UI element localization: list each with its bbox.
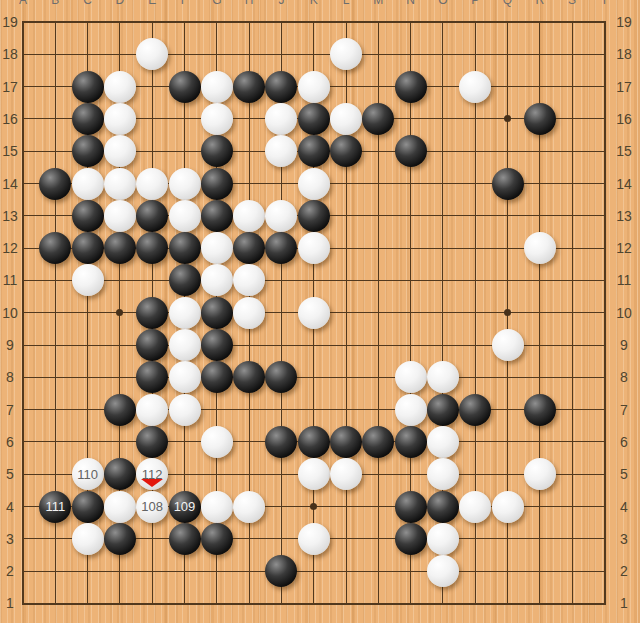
column-label-top: C [78,0,98,7]
stone-black-F12 [169,232,201,264]
stone-white-K14 [298,168,330,200]
row-label-left: 12 [0,240,20,256]
stone-black-C17 [72,71,104,103]
stone-black-G9 [201,329,233,361]
stone-white-O6 [427,426,459,458]
row-label-right: 13 [611,208,637,224]
row-label-left: 8 [0,369,20,385]
stone-white-D15 [104,135,136,167]
stone-white-G11 [201,264,233,296]
stone-white-P4 [459,491,491,523]
stone-white-G6 [201,426,233,458]
stone-black-D7 [104,394,136,426]
row-label-left: 7 [0,402,20,418]
row-label-left: 4 [0,499,20,515]
stone-black-G14 [201,168,233,200]
stone-white-O8 [427,361,459,393]
stone-white-G12 [201,232,233,264]
row-label-right: 17 [611,79,637,95]
row-label-right: 8 [611,369,637,385]
stone-black-E10 [136,297,168,329]
stone-white-D13 [104,200,136,232]
stone-black-L15 [330,135,362,167]
row-label-right: 15 [611,143,637,159]
row-label-right: 2 [611,563,637,579]
stone-black-K6 [298,426,330,458]
column-label-top: K [304,0,324,7]
row-label-right: 7 [611,402,637,418]
stone-white-C3 [72,523,104,555]
column-label-top: M [368,0,388,7]
move-number-label: 110 [72,458,104,490]
row-label-right: 12 [611,240,637,256]
stone-black-H12 [233,232,265,264]
stone-white-E7 [136,394,168,426]
stone-white-Q9 [492,329,524,361]
row-label-right: 9 [611,337,637,353]
column-label-top: G [207,0,227,7]
row-label-left: 14 [0,176,20,192]
stone-black-E6 [136,426,168,458]
stone-black-C13 [72,200,104,232]
stone-white-K12 [298,232,330,264]
row-label-left: 17 [0,79,20,95]
stone-black-F4: 109 [169,491,201,523]
stone-black-N3 [395,523,427,555]
column-label-top: Q [498,0,518,7]
stone-white-G4 [201,491,233,523]
stone-white-F10 [169,297,201,329]
row-label-right: 3 [611,531,637,547]
stone-black-C4 [72,491,104,523]
move-number-label: 109 [169,491,201,523]
stone-black-G13 [201,200,233,232]
column-label-top: P [465,0,485,7]
row-label-left: 1 [0,595,20,611]
stone-black-F17 [169,71,201,103]
column-label-top: D [110,0,130,7]
stone-black-K16 [298,103,330,135]
row-label-right: 16 [611,111,637,127]
stone-white-P17 [459,71,491,103]
stone-black-B14 [39,168,71,200]
stone-white-C11 [72,264,104,296]
stone-black-F11 [169,264,201,296]
stone-white-R12 [524,232,556,264]
stone-black-J17 [265,71,297,103]
column-label-top: H [239,0,259,7]
column-label-top: B [45,0,65,7]
stone-white-G16 [201,103,233,135]
column-label-top: J [271,0,291,7]
stone-black-D12 [104,232,136,264]
row-label-left: 15 [0,143,20,159]
stone-black-F3 [169,523,201,555]
row-label-left: 9 [0,337,20,353]
column-label-top: S [562,0,582,7]
stone-black-C12 [72,232,104,264]
stone-black-N17 [395,71,427,103]
row-label-left: 18 [0,46,20,62]
stone-white-F8 [169,361,201,393]
stone-white-H13 [233,200,265,232]
stone-black-L6 [330,426,362,458]
stone-white-D14 [104,168,136,200]
row-label-left: 19 [0,14,20,30]
row-label-left: 10 [0,305,20,321]
stone-white-H10 [233,297,265,329]
column-label-top: R [530,0,550,7]
column-label-top: L [336,0,356,7]
move-number-label: 108 [136,491,168,523]
column-label-top: A [13,0,33,7]
row-label-right: 6 [611,434,637,450]
stone-white-E5: 112 [136,458,168,490]
row-label-left: 5 [0,466,20,482]
row-label-left: 6 [0,434,20,450]
stone-white-K10 [298,297,330,329]
stone-white-N8 [395,361,427,393]
row-label-right: 14 [611,176,637,192]
stone-white-L16 [330,103,362,135]
stone-white-H4 [233,491,265,523]
stone-black-E13 [136,200,168,232]
stone-black-O4 [427,491,459,523]
row-label-left: 13 [0,208,20,224]
stone-black-B4: 111 [39,491,71,523]
row-label-left: 3 [0,531,20,547]
stone-white-O5 [427,458,459,490]
row-label-right: 18 [611,46,637,62]
stone-white-C14 [72,168,104,200]
stone-black-M6 [362,426,394,458]
stone-black-G15 [201,135,233,167]
stone-black-P7 [459,394,491,426]
column-label-top: F [175,0,195,7]
stone-white-K17 [298,71,330,103]
stone-black-N4 [395,491,427,523]
stone-white-F13 [169,200,201,232]
row-label-right: 5 [611,466,637,482]
stone-black-R16 [524,103,556,135]
stone-white-E14 [136,168,168,200]
stone-black-N15 [395,135,427,167]
stone-black-D3 [104,523,136,555]
stone-black-R7 [524,394,556,426]
column-label-top: O [433,0,453,7]
stone-white-N7 [395,394,427,426]
stone-white-K3 [298,523,330,555]
stone-black-O7 [427,394,459,426]
stone-black-G8 [201,361,233,393]
stone-white-J13 [265,200,297,232]
stone-white-D4 [104,491,136,523]
stone-black-C16 [72,103,104,135]
row-label-left: 16 [0,111,20,127]
row-label-right: 4 [611,499,637,515]
stone-white-C5: 110 [72,458,104,490]
row-label-right: 1 [611,595,637,611]
stone-white-R5 [524,458,556,490]
stone-black-D5 [104,458,136,490]
row-label-right: 19 [611,14,637,30]
stone-black-K13 [298,200,330,232]
stone-white-F9 [169,329,201,361]
go-app-screen: 1919181817171616151514141313121211111010… [0,0,640,623]
stone-white-Q4 [492,491,524,523]
column-label-top: N [401,0,421,7]
stone-white-F14 [169,168,201,200]
stone-white-D16 [104,103,136,135]
stone-black-H17 [233,71,265,103]
stone-white-F7 [169,394,201,426]
go-board[interactable]: 1919181817171616151514141313121211111010… [0,0,640,623]
row-label-right: 11 [611,272,637,288]
stone-white-L5 [330,458,362,490]
stone-black-E9 [136,329,168,361]
last-move-marker-icon [141,479,163,487]
stone-black-N6 [395,426,427,458]
stone-black-M16 [362,103,394,135]
stone-white-G17 [201,71,233,103]
column-label-top: E [142,0,162,7]
stone-black-G10 [201,297,233,329]
row-label-right: 10 [611,305,637,321]
row-label-left: 11 [0,272,20,288]
row-label-left: 2 [0,563,20,579]
stone-white-E4: 108 [136,491,168,523]
stone-black-Q14 [492,168,524,200]
stone-black-K15 [298,135,330,167]
column-label-top: T [594,0,614,7]
stone-black-G3 [201,523,233,555]
stone-white-D17 [104,71,136,103]
stone-white-O3 [427,523,459,555]
stone-black-C15 [72,135,104,167]
stone-white-K5 [298,458,330,490]
stone-white-O2 [427,555,459,587]
move-number-label: 111 [39,491,71,523]
